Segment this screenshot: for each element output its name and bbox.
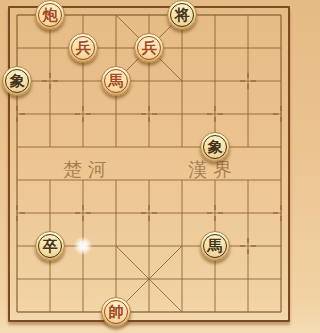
piece-glyph: 馬 bbox=[208, 239, 223, 254]
piece-black-general[interactable]: 将 bbox=[167, 0, 197, 30]
piece-red-cannon[interactable]: 炮 bbox=[35, 0, 65, 30]
piece-ring: 兵 bbox=[137, 36, 161, 60]
piece-ring: 馬 bbox=[104, 69, 128, 93]
piece-red-pawn-right[interactable]: 兵 bbox=[134, 33, 164, 63]
piece-red-general[interactable]: 帥 bbox=[101, 297, 131, 327]
piece-glyph: 馬 bbox=[109, 74, 124, 89]
piece-ring: 炮 bbox=[38, 3, 62, 27]
piece-black-pawn[interactable]: 卒 bbox=[35, 231, 65, 261]
piece-glyph: 象 bbox=[208, 140, 223, 155]
piece-glyph: 象 bbox=[10, 74, 25, 89]
piece-red-horse[interactable]: 馬 bbox=[101, 66, 131, 96]
piece-ring: 馬 bbox=[203, 234, 227, 258]
piece-black-horse[interactable]: 馬 bbox=[200, 231, 230, 261]
piece-ring: 帥 bbox=[104, 300, 128, 324]
piece-ring: 卒 bbox=[38, 234, 62, 258]
piece-glyph: 兵 bbox=[76, 41, 91, 56]
piece-ring: 将 bbox=[170, 3, 194, 27]
piece-black-elephant-right[interactable]: 象 bbox=[200, 132, 230, 162]
piece-glyph: 帥 bbox=[109, 305, 124, 320]
river-label-left: 楚河 bbox=[63, 157, 113, 183]
piece-ring: 象 bbox=[203, 135, 227, 159]
piece-black-elephant-left[interactable]: 象 bbox=[2, 66, 32, 96]
piece-ring: 象 bbox=[5, 69, 29, 93]
piece-glyph: 将 bbox=[175, 8, 190, 23]
piece-glyph: 卒 bbox=[43, 239, 58, 254]
move-indicator-dot[interactable] bbox=[73, 236, 93, 256]
piece-red-pawn-left[interactable]: 兵 bbox=[68, 33, 98, 63]
piece-ring: 兵 bbox=[71, 36, 95, 60]
piece-glyph: 兵 bbox=[142, 41, 157, 56]
piece-glyph: 炮 bbox=[43, 8, 58, 23]
